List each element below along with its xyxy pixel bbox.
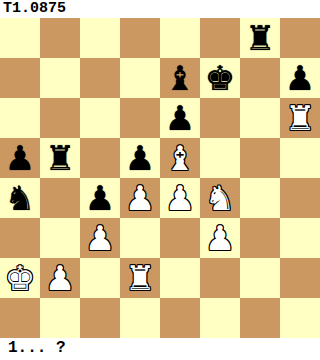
square-f7[interactable]: ♚ (200, 58, 240, 98)
square-b4[interactable] (40, 178, 80, 218)
square-h8[interactable] (280, 18, 320, 58)
square-c3[interactable]: ♟ (80, 218, 120, 258)
square-d5[interactable]: ♟ (120, 138, 160, 178)
black-rook: ♜ (245, 18, 275, 58)
square-g1[interactable] (240, 298, 280, 338)
white-pawn: ♟ (85, 218, 115, 258)
square-e6[interactable]: ♟ (160, 98, 200, 138)
black-rook: ♜ (45, 138, 75, 178)
square-c2[interactable] (80, 258, 120, 298)
square-d4[interactable]: ♟ (120, 178, 160, 218)
square-g8[interactable]: ♜ (240, 18, 280, 58)
square-h2[interactable] (280, 258, 320, 298)
square-h4[interactable] (280, 178, 320, 218)
black-pawn: ♟ (285, 58, 315, 98)
square-c1[interactable] (80, 298, 120, 338)
square-b6[interactable] (40, 98, 80, 138)
square-e5[interactable]: ♝ (160, 138, 200, 178)
black-pawn: ♟ (125, 138, 155, 178)
square-b2[interactable]: ♟ (40, 258, 80, 298)
square-g6[interactable] (240, 98, 280, 138)
black-pawn: ♟ (85, 178, 115, 218)
square-e3[interactable] (160, 218, 200, 258)
square-e2[interactable] (160, 258, 200, 298)
white-pawn: ♟ (165, 178, 195, 218)
white-pawn: ♟ (205, 218, 235, 258)
square-f8[interactable] (200, 18, 240, 58)
white-pawn: ♟ (125, 178, 155, 218)
square-g2[interactable] (240, 258, 280, 298)
square-b1[interactable] (40, 298, 80, 338)
square-c6[interactable] (80, 98, 120, 138)
square-f6[interactable] (200, 98, 240, 138)
square-a7[interactable] (0, 58, 40, 98)
square-c5[interactable] (80, 138, 120, 178)
square-a8[interactable] (0, 18, 40, 58)
square-h1[interactable] (280, 298, 320, 338)
square-e4[interactable]: ♟ (160, 178, 200, 218)
square-d3[interactable] (120, 218, 160, 258)
white-king: ♚ (5, 258, 35, 298)
square-b8[interactable] (40, 18, 80, 58)
square-d7[interactable] (120, 58, 160, 98)
square-f4[interactable]: ♞ (200, 178, 240, 218)
square-g7[interactable] (240, 58, 280, 98)
square-a5[interactable]: ♟ (0, 138, 40, 178)
square-d6[interactable] (120, 98, 160, 138)
white-bishop: ♝ (165, 138, 195, 178)
square-a4[interactable]: ♞ (0, 178, 40, 218)
square-f3[interactable]: ♟ (200, 218, 240, 258)
square-e7[interactable]: ♝ (160, 58, 200, 98)
square-a3[interactable] (0, 218, 40, 258)
square-g4[interactable] (240, 178, 280, 218)
white-knight: ♞ (205, 178, 235, 218)
square-a2[interactable]: ♚ (0, 258, 40, 298)
square-h5[interactable] (280, 138, 320, 178)
move-prompt: 1... ? (0, 338, 320, 360)
black-knight: ♞ (5, 178, 35, 218)
white-rook: ♜ (285, 98, 315, 138)
square-c7[interactable] (80, 58, 120, 98)
square-d8[interactable] (120, 18, 160, 58)
square-h7[interactable]: ♟ (280, 58, 320, 98)
square-g3[interactable] (240, 218, 280, 258)
black-king: ♚ (205, 58, 235, 98)
white-rook: ♜ (125, 258, 155, 298)
puzzle-id: T1.0875 (0, 0, 320, 18)
square-c4[interactable]: ♟ (80, 178, 120, 218)
square-e8[interactable] (160, 18, 200, 58)
square-e1[interactable] (160, 298, 200, 338)
square-b7[interactable] (40, 58, 80, 98)
white-pawn: ♟ (45, 258, 75, 298)
square-f1[interactable] (200, 298, 240, 338)
square-h6[interactable]: ♜ (280, 98, 320, 138)
black-bishop: ♝ (165, 58, 195, 98)
square-f2[interactable] (200, 258, 240, 298)
black-pawn: ♟ (5, 138, 35, 178)
square-a1[interactable] (0, 298, 40, 338)
square-b3[interactable] (40, 218, 80, 258)
square-b5[interactable]: ♜ (40, 138, 80, 178)
black-pawn: ♟ (165, 98, 195, 138)
square-d2[interactable]: ♜ (120, 258, 160, 298)
square-g5[interactable] (240, 138, 280, 178)
square-d1[interactable] (120, 298, 160, 338)
square-h3[interactable] (280, 218, 320, 258)
chess-board: ♜♝♚♟♟♜♟♜♟♝♞♟♟♟♞♟♟♚♟♜ (0, 18, 320, 338)
square-f5[interactable] (200, 138, 240, 178)
square-a6[interactable] (0, 98, 40, 138)
puzzle-page: T1.0875 ♜♝♚♟♟♜♟♜♟♝♞♟♟♟♞♟♟♚♟♜ 1... ? (0, 0, 320, 360)
square-c8[interactable] (80, 18, 120, 58)
